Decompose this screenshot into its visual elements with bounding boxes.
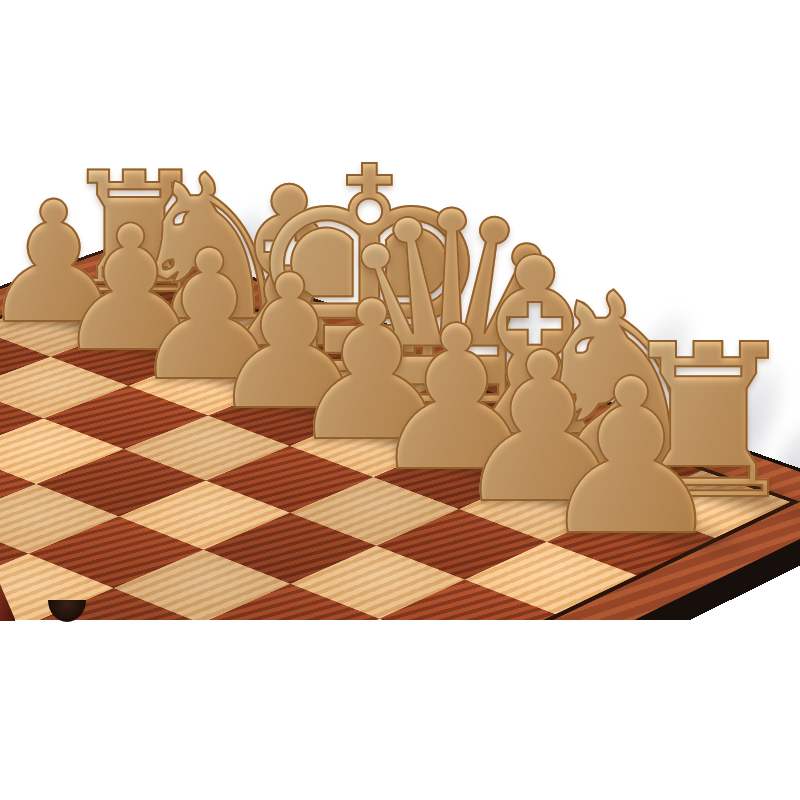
- pawn-icon: ♟: [524, 351, 739, 566]
- product-photo: ♜♞♝♚♛♝♞♜♟♟♟♟♟♟♟♟: [0, 0, 800, 800]
- piece-white-pawn-a2[interactable]: ♟: [524, 351, 739, 566]
- photo-crop-band: [0, 620, 800, 800]
